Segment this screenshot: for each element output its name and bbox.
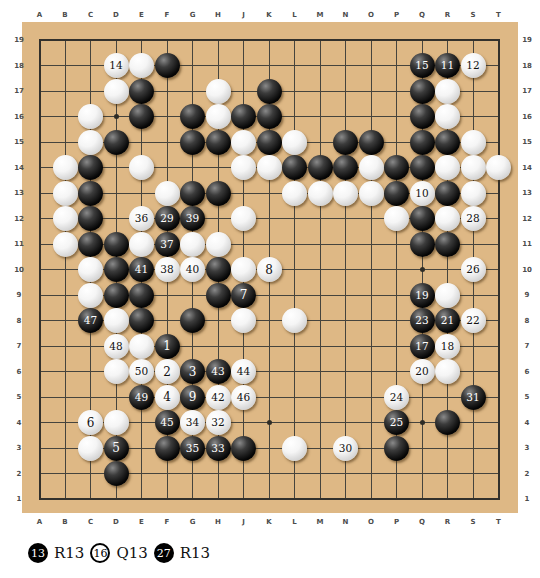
stone-F18	[155, 53, 180, 78]
coord-label-bottom: O	[368, 518, 374, 526]
stone-L14	[282, 155, 307, 180]
stone-F3	[155, 436, 180, 461]
stone-Q6: 20	[410, 359, 435, 384]
stone-number: 6	[87, 417, 95, 429]
stone-N3: 30	[333, 436, 358, 461]
coord-label-top: N	[343, 11, 349, 19]
stone-Q11	[410, 232, 435, 257]
stone-C14	[78, 155, 103, 180]
coord-label-top: E	[139, 11, 144, 19]
stone-H4: 32	[206, 410, 231, 435]
stone-C4: 6	[78, 410, 103, 435]
stone-number: 23	[415, 315, 428, 326]
stone-P14	[384, 155, 409, 180]
coord-label-left: 4	[17, 419, 22, 427]
stone-H16	[206, 104, 231, 129]
caption-stone-13: 13	[28, 543, 48, 563]
coord-label-left: 14	[14, 164, 24, 172]
coord-label-bottom: H	[215, 518, 221, 526]
coord-label-top: L	[292, 11, 296, 19]
stone-K17	[257, 79, 282, 104]
coord-label-left: 3	[17, 444, 22, 452]
stone-number: 30	[339, 443, 352, 454]
stone-E11	[129, 232, 154, 257]
stone-number: 31	[466, 392, 479, 403]
stone-C15	[78, 130, 103, 155]
stone-G12: 39	[180, 206, 205, 231]
coord-label-top: D	[113, 11, 119, 19]
stone-E10: 41	[129, 257, 154, 282]
stone-number: 33	[211, 443, 224, 454]
stone-number: 48	[109, 341, 122, 352]
stone-Q8: 23	[410, 308, 435, 333]
stone-C12	[78, 206, 103, 231]
stone-G11	[180, 232, 205, 257]
star-point-K4	[267, 420, 272, 425]
coord-label-left: 9	[17, 291, 22, 299]
coord-label-right: 11	[522, 240, 532, 248]
stone-E18	[129, 53, 154, 78]
stone-R16	[435, 104, 460, 129]
stone-K16	[257, 104, 282, 129]
stone-C3	[78, 436, 103, 461]
stone-D18: 14	[104, 53, 129, 78]
stone-J12	[231, 206, 256, 231]
coord-label-right: 18	[522, 62, 532, 70]
go-kifu-diagram: AABBCCDDEEFFGGHHJJKKLLMMNNOOPPQQRRSSTT19…	[0, 0, 540, 578]
coord-label-left: 13	[14, 189, 24, 197]
stone-E14	[129, 155, 154, 180]
stone-E7	[129, 334, 154, 359]
stone-C10	[78, 257, 103, 282]
coord-label-bottom: S	[470, 518, 475, 526]
stone-L8	[282, 308, 307, 333]
stone-J15	[231, 130, 256, 155]
stone-S8: 22	[461, 308, 486, 333]
coord-label-right: 6	[525, 368, 530, 376]
stone-number: 19	[415, 290, 428, 301]
coord-label-right: 15	[522, 138, 532, 146]
coord-label-top: K	[266, 11, 271, 19]
coord-label-bottom: L	[292, 518, 296, 526]
stone-N13	[333, 181, 358, 206]
stone-number: 9	[189, 391, 197, 403]
stone-Q7: 17	[410, 334, 435, 359]
stone-J5: 46	[231, 385, 256, 410]
stone-number: 37	[160, 239, 173, 250]
stone-H13	[206, 181, 231, 206]
stone-R17	[435, 79, 460, 104]
coord-label-bottom: F	[165, 518, 170, 526]
coord-label-bottom: R	[445, 518, 450, 526]
coord-label-right: 9	[525, 291, 530, 299]
caption-point: R13	[180, 544, 210, 562]
stone-F5: 4	[155, 385, 180, 410]
stone-R14	[435, 155, 460, 180]
stone-F13	[155, 181, 180, 206]
coord-label-top: J	[242, 11, 245, 19]
coord-label-left: 11	[14, 240, 24, 248]
coord-label-bottom: N	[343, 518, 349, 526]
coord-label-right: 8	[525, 317, 530, 325]
stone-number: 45	[160, 417, 173, 428]
coord-label-top: H	[215, 11, 221, 19]
stone-number: 24	[390, 392, 403, 403]
caption-point: R13	[54, 544, 84, 562]
coord-label-top: P	[394, 11, 399, 19]
stone-number: 8	[265, 264, 273, 276]
stone-L15	[282, 130, 307, 155]
stone-S14	[461, 155, 486, 180]
stone-number: 18	[441, 341, 454, 352]
stone-H10	[206, 257, 231, 282]
coord-label-right: 7	[525, 342, 530, 350]
stone-F11: 37	[155, 232, 180, 257]
coord-label-top: Q	[419, 11, 425, 19]
coord-label-left: 1	[17, 495, 22, 503]
coord-label-top: O	[368, 11, 374, 19]
stone-Q15	[410, 130, 435, 155]
stone-number: 2	[163, 366, 171, 378]
stone-number: 46	[237, 392, 250, 403]
stone-number: 3	[189, 366, 197, 378]
caption-stone-16: 16	[90, 543, 110, 563]
stone-J16	[231, 104, 256, 129]
stone-number: 20	[415, 366, 428, 377]
stone-number: 12	[466, 60, 479, 71]
stone-number: 34	[186, 417, 199, 428]
stone-G6: 3	[180, 359, 205, 384]
stone-E9	[129, 283, 154, 308]
coord-label-left: 12	[14, 215, 24, 223]
stone-P12	[384, 206, 409, 231]
stone-F12: 29	[155, 206, 180, 231]
stone-number: 14	[109, 60, 122, 71]
coord-label-bottom: Q	[419, 518, 425, 526]
stone-C9	[78, 283, 103, 308]
star-point-Q10	[420, 267, 425, 272]
coord-label-bottom: D	[113, 518, 119, 526]
stone-number: 28	[466, 213, 479, 224]
stone-number: 7	[240, 289, 248, 301]
star-point-Q4	[420, 420, 425, 425]
stone-O15	[359, 130, 384, 155]
stone-L3	[282, 436, 307, 461]
stone-C13	[78, 181, 103, 206]
stone-H5: 42	[206, 385, 231, 410]
move-caption: 13R1316Q1327R13	[28, 541, 210, 565]
stone-R7: 18	[435, 334, 460, 359]
stone-number: 17	[415, 341, 428, 352]
stone-D8	[104, 308, 129, 333]
stone-M14	[308, 155, 333, 180]
stone-S5: 31	[461, 385, 486, 410]
stone-G13	[180, 181, 205, 206]
stone-number: 35	[186, 443, 199, 454]
coord-label-bottom: P	[394, 518, 399, 526]
stone-Q18: 15	[410, 53, 435, 78]
stone-H17	[206, 79, 231, 104]
stone-number: 15	[415, 60, 428, 71]
coord-label-right: 16	[522, 113, 532, 121]
coord-label-left: 15	[14, 138, 24, 146]
stone-number: 1	[163, 340, 171, 352]
stone-G8	[180, 308, 205, 333]
stone-E5: 49	[129, 385, 154, 410]
stone-N15	[333, 130, 358, 155]
stone-D17	[104, 79, 129, 104]
stone-Q12	[410, 206, 435, 231]
coord-label-left: 19	[14, 36, 24, 44]
coord-label-bottom: E	[139, 518, 144, 526]
stone-D10	[104, 257, 129, 282]
stone-J8	[231, 308, 256, 333]
stone-C11	[78, 232, 103, 257]
stone-J3	[231, 436, 256, 461]
stone-P5: 24	[384, 385, 409, 410]
stone-number: 47	[84, 315, 97, 326]
coord-label-left: 16	[14, 113, 24, 121]
stone-D4	[104, 410, 129, 435]
stone-H11	[206, 232, 231, 257]
stone-Q14	[410, 155, 435, 180]
stone-number: 50	[135, 366, 148, 377]
stone-G4: 34	[180, 410, 205, 435]
stone-N14	[333, 155, 358, 180]
stone-R8: 21	[435, 308, 460, 333]
stone-number: 41	[135, 264, 148, 275]
coord-label-left: 2	[17, 470, 22, 478]
stone-number: 22	[466, 315, 479, 326]
stone-L13	[282, 181, 307, 206]
stone-H15	[206, 130, 231, 155]
coord-label-right: 12	[522, 215, 532, 223]
stone-H9	[206, 283, 231, 308]
stone-R18: 11	[435, 53, 460, 78]
stone-number: 21	[441, 315, 454, 326]
coord-label-left: 18	[14, 62, 24, 70]
stone-D3: 5	[104, 436, 129, 461]
stone-number: 29	[160, 213, 173, 224]
stone-H3: 33	[206, 436, 231, 461]
stone-D6	[104, 359, 129, 384]
stone-P3	[384, 436, 409, 461]
stone-O13	[359, 181, 384, 206]
stone-B11	[53, 232, 78, 257]
caption-stone-27: 27	[154, 543, 174, 563]
stone-number: 32	[211, 417, 224, 428]
stone-P4: 25	[384, 410, 409, 435]
stone-Q17	[410, 79, 435, 104]
stone-S18: 12	[461, 53, 486, 78]
stone-G10: 40	[180, 257, 205, 282]
coord-label-left: 8	[17, 317, 22, 325]
coord-label-left: 6	[17, 368, 22, 376]
caption-point: Q13	[116, 544, 147, 562]
stone-J6: 44	[231, 359, 256, 384]
coord-label-top: T	[496, 11, 501, 19]
coord-label-bottom: J	[242, 518, 245, 526]
coord-label-bottom: M	[317, 518, 324, 526]
stone-number: 36	[135, 213, 148, 224]
stone-R11	[435, 232, 460, 257]
stone-D15	[104, 130, 129, 155]
stone-F7: 1	[155, 334, 180, 359]
stone-B12	[53, 206, 78, 231]
coord-label-right: 17	[522, 87, 532, 95]
stone-number: 49	[135, 392, 148, 403]
coord-label-bottom: A	[37, 518, 42, 526]
stone-J9: 7	[231, 283, 256, 308]
stone-E12: 36	[129, 206, 154, 231]
stone-number: 11	[441, 60, 454, 71]
stone-number: 10	[415, 188, 428, 199]
stone-G5: 9	[180, 385, 205, 410]
coord-label-bottom: C	[88, 518, 93, 526]
stone-S10: 26	[461, 257, 486, 282]
stone-C16	[78, 104, 103, 129]
stone-D2	[104, 461, 129, 486]
stone-B13	[53, 181, 78, 206]
stone-D7: 48	[104, 334, 129, 359]
stone-number: 26	[466, 264, 479, 275]
stone-C8: 47	[78, 308, 103, 333]
stone-R12	[435, 206, 460, 231]
stone-number: 38	[160, 264, 173, 275]
coord-label-right: 19	[522, 36, 532, 44]
stone-E17	[129, 79, 154, 104]
stone-E16	[129, 104, 154, 129]
stone-O14	[359, 155, 384, 180]
stone-Q16	[410, 104, 435, 129]
stone-Q9: 19	[410, 283, 435, 308]
coord-label-right: 2	[525, 470, 530, 478]
stone-R9	[435, 283, 460, 308]
coord-label-left: 10	[14, 266, 24, 274]
coord-label-bottom: B	[62, 518, 67, 526]
coord-label-top: C	[88, 11, 93, 19]
coord-label-right: 3	[525, 444, 530, 452]
coord-label-right: 4	[525, 419, 530, 427]
stone-E6: 50	[129, 359, 154, 384]
stone-D11	[104, 232, 129, 257]
stone-F10: 38	[155, 257, 180, 282]
coord-label-right: 1	[525, 495, 530, 503]
stone-J14	[231, 155, 256, 180]
stone-K10: 8	[257, 257, 282, 282]
stone-T14	[486, 155, 511, 180]
stone-R13	[435, 181, 460, 206]
stone-R4	[435, 410, 460, 435]
star-point-D16	[114, 114, 119, 119]
coord-label-bottom: G	[190, 518, 196, 526]
stone-B14	[53, 155, 78, 180]
stone-F6: 2	[155, 359, 180, 384]
coord-label-top: R	[445, 11, 450, 19]
stone-number: 5	[112, 442, 120, 454]
stone-R6	[435, 359, 460, 384]
stone-number: 42	[211, 392, 224, 403]
coord-label-left: 5	[17, 393, 22, 401]
coord-label-top: B	[62, 11, 67, 19]
stone-number: 44	[237, 366, 250, 377]
stone-number: 43	[211, 366, 224, 377]
stone-number: 25	[390, 417, 403, 428]
coord-label-bottom: T	[496, 518, 501, 526]
coord-label-right: 5	[525, 393, 530, 401]
stone-G16	[180, 104, 205, 129]
coord-label-left: 17	[14, 87, 24, 95]
stone-G15	[180, 130, 205, 155]
stone-D9	[104, 283, 129, 308]
stone-number: 4	[163, 391, 171, 403]
coord-label-right: 10	[522, 266, 532, 274]
coord-label-top: M	[317, 11, 324, 19]
stone-R15	[435, 130, 460, 155]
stone-P13	[384, 181, 409, 206]
coord-label-top: A	[37, 11, 42, 19]
coord-label-top: G	[190, 11, 196, 19]
stone-K14	[257, 155, 282, 180]
stone-E8	[129, 308, 154, 333]
coord-label-bottom: K	[266, 518, 271, 526]
stone-S12: 28	[461, 206, 486, 231]
stone-H6: 43	[206, 359, 231, 384]
stone-S15	[461, 130, 486, 155]
stone-M13	[308, 181, 333, 206]
coord-label-right: 13	[522, 189, 532, 197]
stone-G3: 35	[180, 436, 205, 461]
stone-number: 39	[186, 213, 199, 224]
stone-J10	[231, 257, 256, 282]
stone-K15	[257, 130, 282, 155]
coord-label-left: 7	[17, 342, 22, 350]
stone-Q13: 10	[410, 181, 435, 206]
stone-number: 40	[186, 264, 199, 275]
stone-F4: 45	[155, 410, 180, 435]
coord-label-top: F	[165, 11, 170, 19]
stone-S13	[461, 181, 486, 206]
coord-label-top: S	[470, 11, 475, 19]
coord-label-right: 14	[522, 164, 532, 172]
